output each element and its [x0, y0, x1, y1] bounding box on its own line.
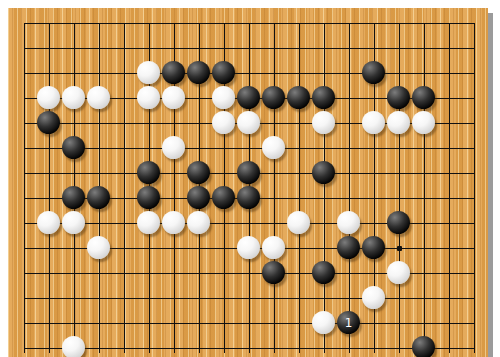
intersection[interactable] — [361, 85, 386, 110]
intersection[interactable] — [36, 235, 61, 260]
intersection[interactable] — [61, 285, 86, 310]
intersection[interactable] — [136, 310, 161, 335]
intersection[interactable] — [411, 10, 436, 35]
intersection[interactable] — [311, 335, 336, 357]
intersection[interactable] — [186, 285, 211, 310]
intersection[interactable] — [361, 260, 386, 285]
intersection[interactable] — [436, 110, 461, 135]
intersection[interactable] — [461, 10, 486, 35]
intersection[interactable] — [461, 110, 486, 135]
intersection[interactable] — [36, 285, 61, 310]
intersection[interactable] — [61, 310, 86, 335]
intersection[interactable] — [336, 160, 361, 185]
white-stone — [137, 211, 160, 234]
intersection[interactable] — [11, 210, 36, 235]
intersection[interactable] — [436, 135, 461, 160]
intersection[interactable] — [86, 160, 111, 185]
intersection[interactable] — [11, 160, 36, 185]
intersection[interactable] — [161, 335, 186, 357]
intersection[interactable] — [61, 85, 86, 110]
intersection[interactable]: 1 — [336, 310, 361, 335]
intersection[interactable] — [311, 160, 336, 185]
intersection[interactable] — [361, 185, 386, 210]
intersection[interactable] — [236, 185, 261, 210]
black-stone — [62, 136, 85, 159]
intersection[interactable] — [386, 260, 411, 285]
black-stone — [212, 61, 235, 84]
intersection[interactable] — [386, 10, 411, 35]
intersection[interactable] — [461, 135, 486, 160]
intersection[interactable] — [386, 335, 411, 357]
intersection[interactable] — [286, 235, 311, 260]
intersection[interactable] — [336, 260, 361, 285]
black-stone — [262, 261, 285, 284]
white-stone — [412, 111, 435, 134]
intersection[interactable] — [286, 85, 311, 110]
intersection[interactable] — [161, 235, 186, 260]
intersection[interactable] — [161, 110, 186, 135]
intersection[interactable] — [461, 185, 486, 210]
intersection[interactable] — [111, 85, 136, 110]
intersection[interactable] — [411, 160, 436, 185]
intersection[interactable] — [186, 160, 211, 185]
intersection[interactable] — [111, 185, 136, 210]
intersection[interactable] — [36, 335, 61, 357]
black-stone — [362, 61, 385, 84]
intersection[interactable] — [286, 285, 311, 310]
intersection[interactable] — [436, 85, 461, 110]
intersection[interactable] — [261, 135, 286, 160]
intersection[interactable] — [61, 185, 86, 210]
black-stone — [212, 186, 235, 209]
intersection[interactable] — [36, 85, 61, 110]
intersection[interactable] — [11, 135, 36, 160]
intersection[interactable] — [411, 85, 436, 110]
intersection[interactable] — [436, 310, 461, 335]
white-stone — [87, 86, 110, 109]
intersection[interactable] — [161, 285, 186, 310]
intersection[interactable] — [236, 110, 261, 135]
intersection[interactable] — [286, 160, 311, 185]
intersection[interactable] — [361, 10, 386, 35]
intersection[interactable] — [11, 110, 36, 135]
intersection[interactable] — [461, 60, 486, 85]
intersection[interactable] — [36, 185, 61, 210]
intersection[interactable] — [136, 235, 161, 260]
intersection[interactable] — [136, 35, 161, 60]
intersection[interactable] — [261, 210, 286, 235]
intersection[interactable] — [11, 335, 36, 357]
intersection[interactable] — [311, 210, 336, 235]
intersection[interactable] — [311, 235, 336, 260]
intersection[interactable] — [11, 10, 36, 35]
intersection[interactable] — [236, 210, 261, 235]
intersection[interactable] — [261, 60, 286, 85]
intersection[interactable] — [136, 60, 161, 85]
intersection[interactable] — [386, 110, 411, 135]
intersection[interactable] — [186, 35, 211, 60]
intersection[interactable] — [61, 235, 86, 260]
intersection[interactable] — [211, 160, 236, 185]
intersection[interactable] — [86, 310, 111, 335]
intersection[interactable] — [236, 160, 261, 185]
intersection[interactable] — [361, 235, 386, 260]
intersection[interactable] — [336, 335, 361, 357]
intersection[interactable] — [36, 10, 61, 35]
intersection[interactable] — [436, 60, 461, 85]
intersection[interactable] — [236, 260, 261, 285]
intersection[interactable] — [436, 185, 461, 210]
intersection[interactable] — [411, 35, 436, 60]
intersection[interactable] — [361, 35, 386, 60]
intersection[interactable] — [436, 35, 461, 60]
go-board[interactable]: 1 — [8, 8, 488, 357]
intersection[interactable] — [136, 85, 161, 110]
intersection[interactable] — [86, 10, 111, 35]
intersection[interactable] — [261, 185, 286, 210]
black-stone — [312, 86, 335, 109]
intersection[interactable] — [436, 235, 461, 260]
intersection[interactable] — [236, 285, 261, 310]
intersection[interactable] — [336, 210, 361, 235]
white-stone — [362, 286, 385, 309]
intersection[interactable] — [136, 335, 161, 357]
intersection[interactable] — [261, 110, 286, 135]
intersection[interactable] — [211, 85, 236, 110]
intersection[interactable] — [386, 135, 411, 160]
intersection[interactable] — [336, 135, 361, 160]
intersection[interactable] — [461, 210, 486, 235]
intersection[interactable] — [86, 110, 111, 135]
black-stone — [87, 186, 110, 209]
move-number-label: 1 — [345, 317, 353, 329]
intersection[interactable] — [186, 10, 211, 35]
intersection[interactable] — [286, 110, 311, 135]
intersection[interactable] — [136, 10, 161, 35]
intersection[interactable] — [161, 60, 186, 85]
intersection[interactable] — [111, 285, 136, 310]
intersection[interactable] — [436, 285, 461, 310]
intersection[interactable] — [86, 285, 111, 310]
intersection[interactable] — [361, 110, 386, 135]
intersection[interactable] — [286, 10, 311, 35]
intersection[interactable] — [161, 210, 186, 235]
intersection[interactable] — [161, 10, 186, 35]
intersection[interactable] — [461, 35, 486, 60]
intersection[interactable] — [211, 10, 236, 35]
intersection[interactable] — [186, 335, 211, 357]
intersection[interactable] — [386, 160, 411, 185]
go-board-grid[interactable]: 1 — [11, 10, 486, 357]
intersection[interactable] — [136, 110, 161, 135]
intersection[interactable] — [436, 260, 461, 285]
intersection[interactable] — [286, 335, 311, 357]
intersection[interactable] — [311, 85, 336, 110]
intersection[interactable] — [311, 310, 336, 335]
intersection[interactable] — [86, 260, 111, 285]
intersection[interactable] — [236, 135, 261, 160]
intersection[interactable] — [236, 335, 261, 357]
intersection[interactable] — [286, 310, 311, 335]
intersection[interactable] — [111, 35, 136, 60]
intersection[interactable] — [311, 60, 336, 85]
intersection[interactable] — [461, 260, 486, 285]
intersection[interactable] — [36, 210, 61, 235]
intersection[interactable] — [61, 35, 86, 60]
black-stone — [337, 236, 360, 259]
intersection[interactable] — [461, 85, 486, 110]
black-stone — [262, 86, 285, 109]
intersection[interactable] — [336, 235, 361, 260]
white-stone — [37, 86, 60, 109]
intersection[interactable] — [36, 310, 61, 335]
intersection[interactable] — [61, 335, 86, 357]
intersection[interactable] — [436, 335, 461, 357]
intersection[interactable] — [311, 285, 336, 310]
intersection[interactable] — [186, 310, 211, 335]
intersection[interactable] — [336, 85, 361, 110]
white-stone — [387, 111, 410, 134]
intersection[interactable] — [236, 235, 261, 260]
white-stone — [137, 61, 160, 84]
intersection[interactable] — [261, 335, 286, 357]
intersection[interactable] — [61, 260, 86, 285]
intersection[interactable] — [36, 135, 61, 160]
intersection[interactable] — [336, 185, 361, 210]
intersection[interactable] — [111, 235, 136, 260]
intersection[interactable] — [11, 285, 36, 310]
intersection[interactable] — [211, 310, 236, 335]
intersection[interactable] — [61, 60, 86, 85]
intersection[interactable] — [211, 335, 236, 357]
intersection[interactable] — [136, 185, 161, 210]
intersection[interactable] — [61, 10, 86, 35]
intersection[interactable] — [311, 110, 336, 135]
intersection[interactable] — [386, 210, 411, 235]
intersection[interactable] — [186, 210, 211, 235]
intersection[interactable] — [36, 35, 61, 60]
intersection[interactable] — [86, 85, 111, 110]
intersection[interactable] — [86, 135, 111, 160]
black-stone — [237, 186, 260, 209]
black-stone — [137, 161, 160, 184]
intersection[interactable] — [286, 35, 311, 60]
intersection[interactable] — [461, 235, 486, 260]
intersection[interactable] — [411, 135, 436, 160]
intersection[interactable] — [211, 35, 236, 60]
intersection[interactable] — [111, 210, 136, 235]
intersection[interactable] — [11, 85, 36, 110]
intersection[interactable] — [411, 60, 436, 85]
intersection[interactable] — [111, 135, 136, 160]
intersection[interactable] — [286, 210, 311, 235]
intersection[interactable] — [186, 110, 211, 135]
intersection[interactable] — [411, 335, 436, 357]
intersection[interactable] — [261, 35, 286, 60]
intersection[interactable] — [86, 335, 111, 357]
intersection[interactable] — [61, 135, 86, 160]
intersection[interactable] — [211, 235, 236, 260]
intersection[interactable] — [11, 35, 36, 60]
intersection[interactable] — [161, 85, 186, 110]
black-stone — [37, 111, 60, 134]
intersection[interactable] — [311, 135, 336, 160]
intersection[interactable] — [86, 185, 111, 210]
intersection[interactable] — [386, 85, 411, 110]
intersection[interactable] — [286, 185, 311, 210]
intersection[interactable] — [36, 260, 61, 285]
intersection[interactable] — [286, 60, 311, 85]
intersection[interactable] — [411, 185, 436, 210]
intersection[interactable] — [161, 260, 186, 285]
intersection[interactable] — [461, 335, 486, 357]
intersection[interactable] — [161, 185, 186, 210]
intersection[interactable] — [311, 10, 336, 35]
intersection[interactable] — [236, 35, 261, 60]
intersection[interactable] — [36, 110, 61, 135]
intersection[interactable] — [236, 310, 261, 335]
intersection[interactable] — [411, 110, 436, 135]
intersection[interactable] — [186, 235, 211, 260]
white-stone — [212, 111, 235, 134]
intersection[interactable] — [211, 185, 236, 210]
intersection[interactable] — [61, 160, 86, 185]
intersection[interactable] — [11, 310, 36, 335]
intersection[interactable] — [411, 310, 436, 335]
intersection[interactable] — [211, 110, 236, 135]
intersection[interactable] — [136, 285, 161, 310]
intersection[interactable] — [336, 35, 361, 60]
black-stone — [387, 86, 410, 109]
intersection[interactable] — [311, 35, 336, 60]
intersection[interactable] — [386, 285, 411, 310]
intersection[interactable] — [211, 285, 236, 310]
intersection[interactable] — [186, 85, 211, 110]
intersection[interactable] — [161, 160, 186, 185]
intersection[interactable] — [261, 235, 286, 260]
intersection[interactable] — [461, 285, 486, 310]
intersection[interactable] — [411, 210, 436, 235]
black-stone: 1 — [337, 311, 360, 334]
intersection[interactable] — [386, 60, 411, 85]
intersection[interactable] — [386, 35, 411, 60]
intersection[interactable] — [111, 160, 136, 185]
intersection[interactable] — [336, 285, 361, 310]
intersection[interactable] — [11, 260, 36, 285]
intersection[interactable] — [336, 110, 361, 135]
intersection[interactable] — [36, 60, 61, 85]
white-stone — [262, 236, 285, 259]
intersection[interactable] — [461, 160, 486, 185]
intersection[interactable] — [111, 260, 136, 285]
intersection[interactable] — [111, 310, 136, 335]
intersection[interactable] — [211, 135, 236, 160]
intersection[interactable] — [86, 235, 111, 260]
intersection[interactable] — [111, 60, 136, 85]
intersection[interactable] — [336, 10, 361, 35]
intersection[interactable] — [261, 285, 286, 310]
intersection[interactable] — [261, 160, 286, 185]
intersection[interactable] — [236, 85, 261, 110]
intersection[interactable] — [386, 310, 411, 335]
intersection[interactable] — [286, 135, 311, 160]
intersection[interactable] — [361, 285, 386, 310]
intersection[interactable] — [436, 10, 461, 35]
intersection[interactable] — [11, 235, 36, 260]
white-stone — [62, 86, 85, 109]
intersection[interactable] — [61, 210, 86, 235]
intersection[interactable] — [261, 10, 286, 35]
intersection[interactable] — [361, 135, 386, 160]
intersection[interactable] — [61, 110, 86, 135]
black-stone — [137, 186, 160, 209]
intersection[interactable] — [211, 260, 236, 285]
intersection[interactable] — [361, 335, 386, 357]
intersection[interactable] — [186, 135, 211, 160]
intersection[interactable] — [186, 260, 211, 285]
black-stone — [162, 61, 185, 84]
intersection[interactable] — [111, 110, 136, 135]
intersection[interactable] — [436, 210, 461, 235]
intersection[interactable] — [11, 185, 36, 210]
white-stone — [162, 211, 185, 234]
intersection[interactable] — [261, 260, 286, 285]
intersection[interactable] — [161, 310, 186, 335]
intersection[interactable] — [286, 260, 311, 285]
intersection[interactable] — [11, 60, 36, 85]
intersection[interactable] — [111, 335, 136, 357]
intersection[interactable] — [411, 260, 436, 285]
black-stone — [312, 161, 335, 184]
intersection[interactable] — [411, 285, 436, 310]
intersection[interactable] — [86, 35, 111, 60]
intersection[interactable] — [136, 160, 161, 185]
intersection[interactable] — [436, 160, 461, 185]
intersection[interactable] — [361, 310, 386, 335]
intersection[interactable] — [236, 10, 261, 35]
intersection[interactable] — [186, 185, 211, 210]
intersection[interactable] — [336, 60, 361, 85]
intersection[interactable] — [86, 210, 111, 235]
intersection[interactable] — [386, 185, 411, 210]
go-game-screenshot: 1 — [0, 0, 500, 357]
intersection[interactable] — [136, 210, 161, 235]
intersection[interactable] — [261, 85, 286, 110]
intersection[interactable] — [211, 210, 236, 235]
intersection[interactable] — [411, 235, 436, 260]
intersection[interactable] — [86, 60, 111, 85]
black-stone — [237, 86, 260, 109]
intersection[interactable] — [36, 160, 61, 185]
intersection[interactable] — [311, 260, 336, 285]
intersection[interactable] — [361, 210, 386, 235]
intersection[interactable] — [161, 135, 186, 160]
intersection[interactable] — [136, 260, 161, 285]
intersection[interactable] — [311, 185, 336, 210]
intersection[interactable] — [236, 60, 261, 85]
intersection[interactable] — [186, 60, 211, 85]
intersection[interactable] — [361, 60, 386, 85]
intersection[interactable] — [386, 235, 411, 260]
intersection[interactable] — [211, 60, 236, 85]
intersection[interactable] — [361, 160, 386, 185]
intersection[interactable] — [111, 10, 136, 35]
black-stone — [362, 236, 385, 259]
intersection[interactable] — [136, 135, 161, 160]
intersection[interactable] — [261, 310, 286, 335]
intersection[interactable] — [461, 310, 486, 335]
intersection[interactable] — [161, 35, 186, 60]
